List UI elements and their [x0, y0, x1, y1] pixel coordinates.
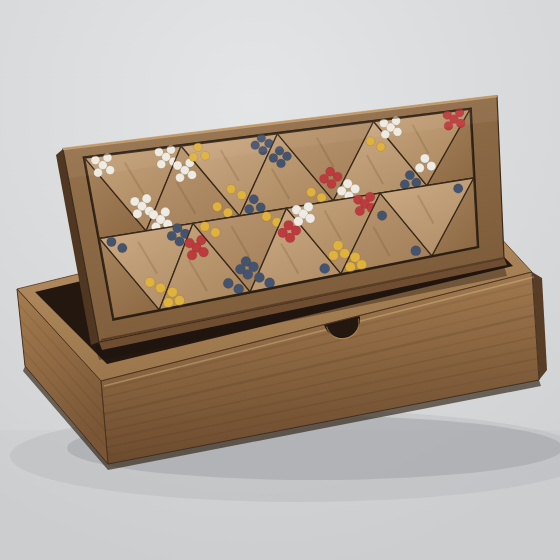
pip-dot	[243, 269, 253, 279]
pip-dot	[133, 209, 142, 218]
pip-dot	[188, 170, 197, 179]
pip-dot	[223, 208, 232, 217]
pip-dot	[307, 188, 316, 197]
pip-dot	[415, 163, 424, 172]
pip-dot	[355, 206, 365, 216]
pip-dot	[256, 203, 265, 212]
pip-dot	[333, 172, 342, 181]
pip-dot	[427, 161, 436, 170]
pip-cluster-1-blue	[320, 263, 330, 273]
pip-dot	[327, 179, 336, 188]
pip-dot	[269, 154, 278, 163]
pip-dot	[376, 142, 385, 151]
pip-dot	[366, 137, 375, 146]
pip-dot	[411, 246, 421, 256]
pip-dot	[176, 173, 185, 182]
pip-dot	[317, 193, 326, 202]
pip-dot	[234, 284, 244, 294]
pip-dot	[145, 277, 155, 287]
pip-dot	[163, 298, 173, 308]
pip-dot	[167, 287, 177, 297]
pip-dot	[223, 278, 233, 288]
scene-svg	[0, 0, 560, 560]
pip-dot	[400, 180, 409, 189]
pip-dot	[328, 251, 338, 261]
pip-dot	[405, 170, 414, 179]
pip-dot	[305, 214, 315, 224]
pip-dot	[175, 237, 185, 247]
pip-cluster-1-blue	[411, 246, 421, 256]
pip-dot	[200, 222, 210, 232]
pip-dot	[174, 296, 184, 306]
pip-dot	[340, 248, 350, 258]
pip-dot	[283, 152, 292, 161]
pip-dot	[420, 154, 429, 163]
pip-dot	[199, 247, 209, 257]
pip-dot	[226, 184, 235, 193]
pip-dot	[377, 211, 387, 221]
pip-dot	[249, 195, 258, 204]
pip-dot	[333, 241, 343, 251]
pip-dot	[107, 237, 117, 247]
pip-cluster-5-red	[185, 235, 209, 260]
pip-dot	[237, 190, 246, 199]
pip-dot	[118, 243, 128, 253]
pip-dot	[277, 159, 286, 168]
pip-dot	[213, 202, 222, 211]
pip-dot	[156, 283, 166, 293]
pip-cluster-1-blue	[377, 211, 387, 221]
pip-dot	[211, 228, 221, 238]
pip-dot	[262, 212, 272, 222]
pip-dot	[285, 233, 295, 243]
pip-cluster-1-blue	[453, 184, 463, 194]
pip-dot	[254, 272, 264, 282]
pip-dot	[320, 263, 330, 273]
pip-dot	[187, 250, 197, 260]
pip-dot	[245, 205, 254, 214]
pip-dot	[294, 217, 304, 227]
pip-dot	[453, 184, 463, 194]
product-photo-triomino-set	[0, 0, 560, 560]
